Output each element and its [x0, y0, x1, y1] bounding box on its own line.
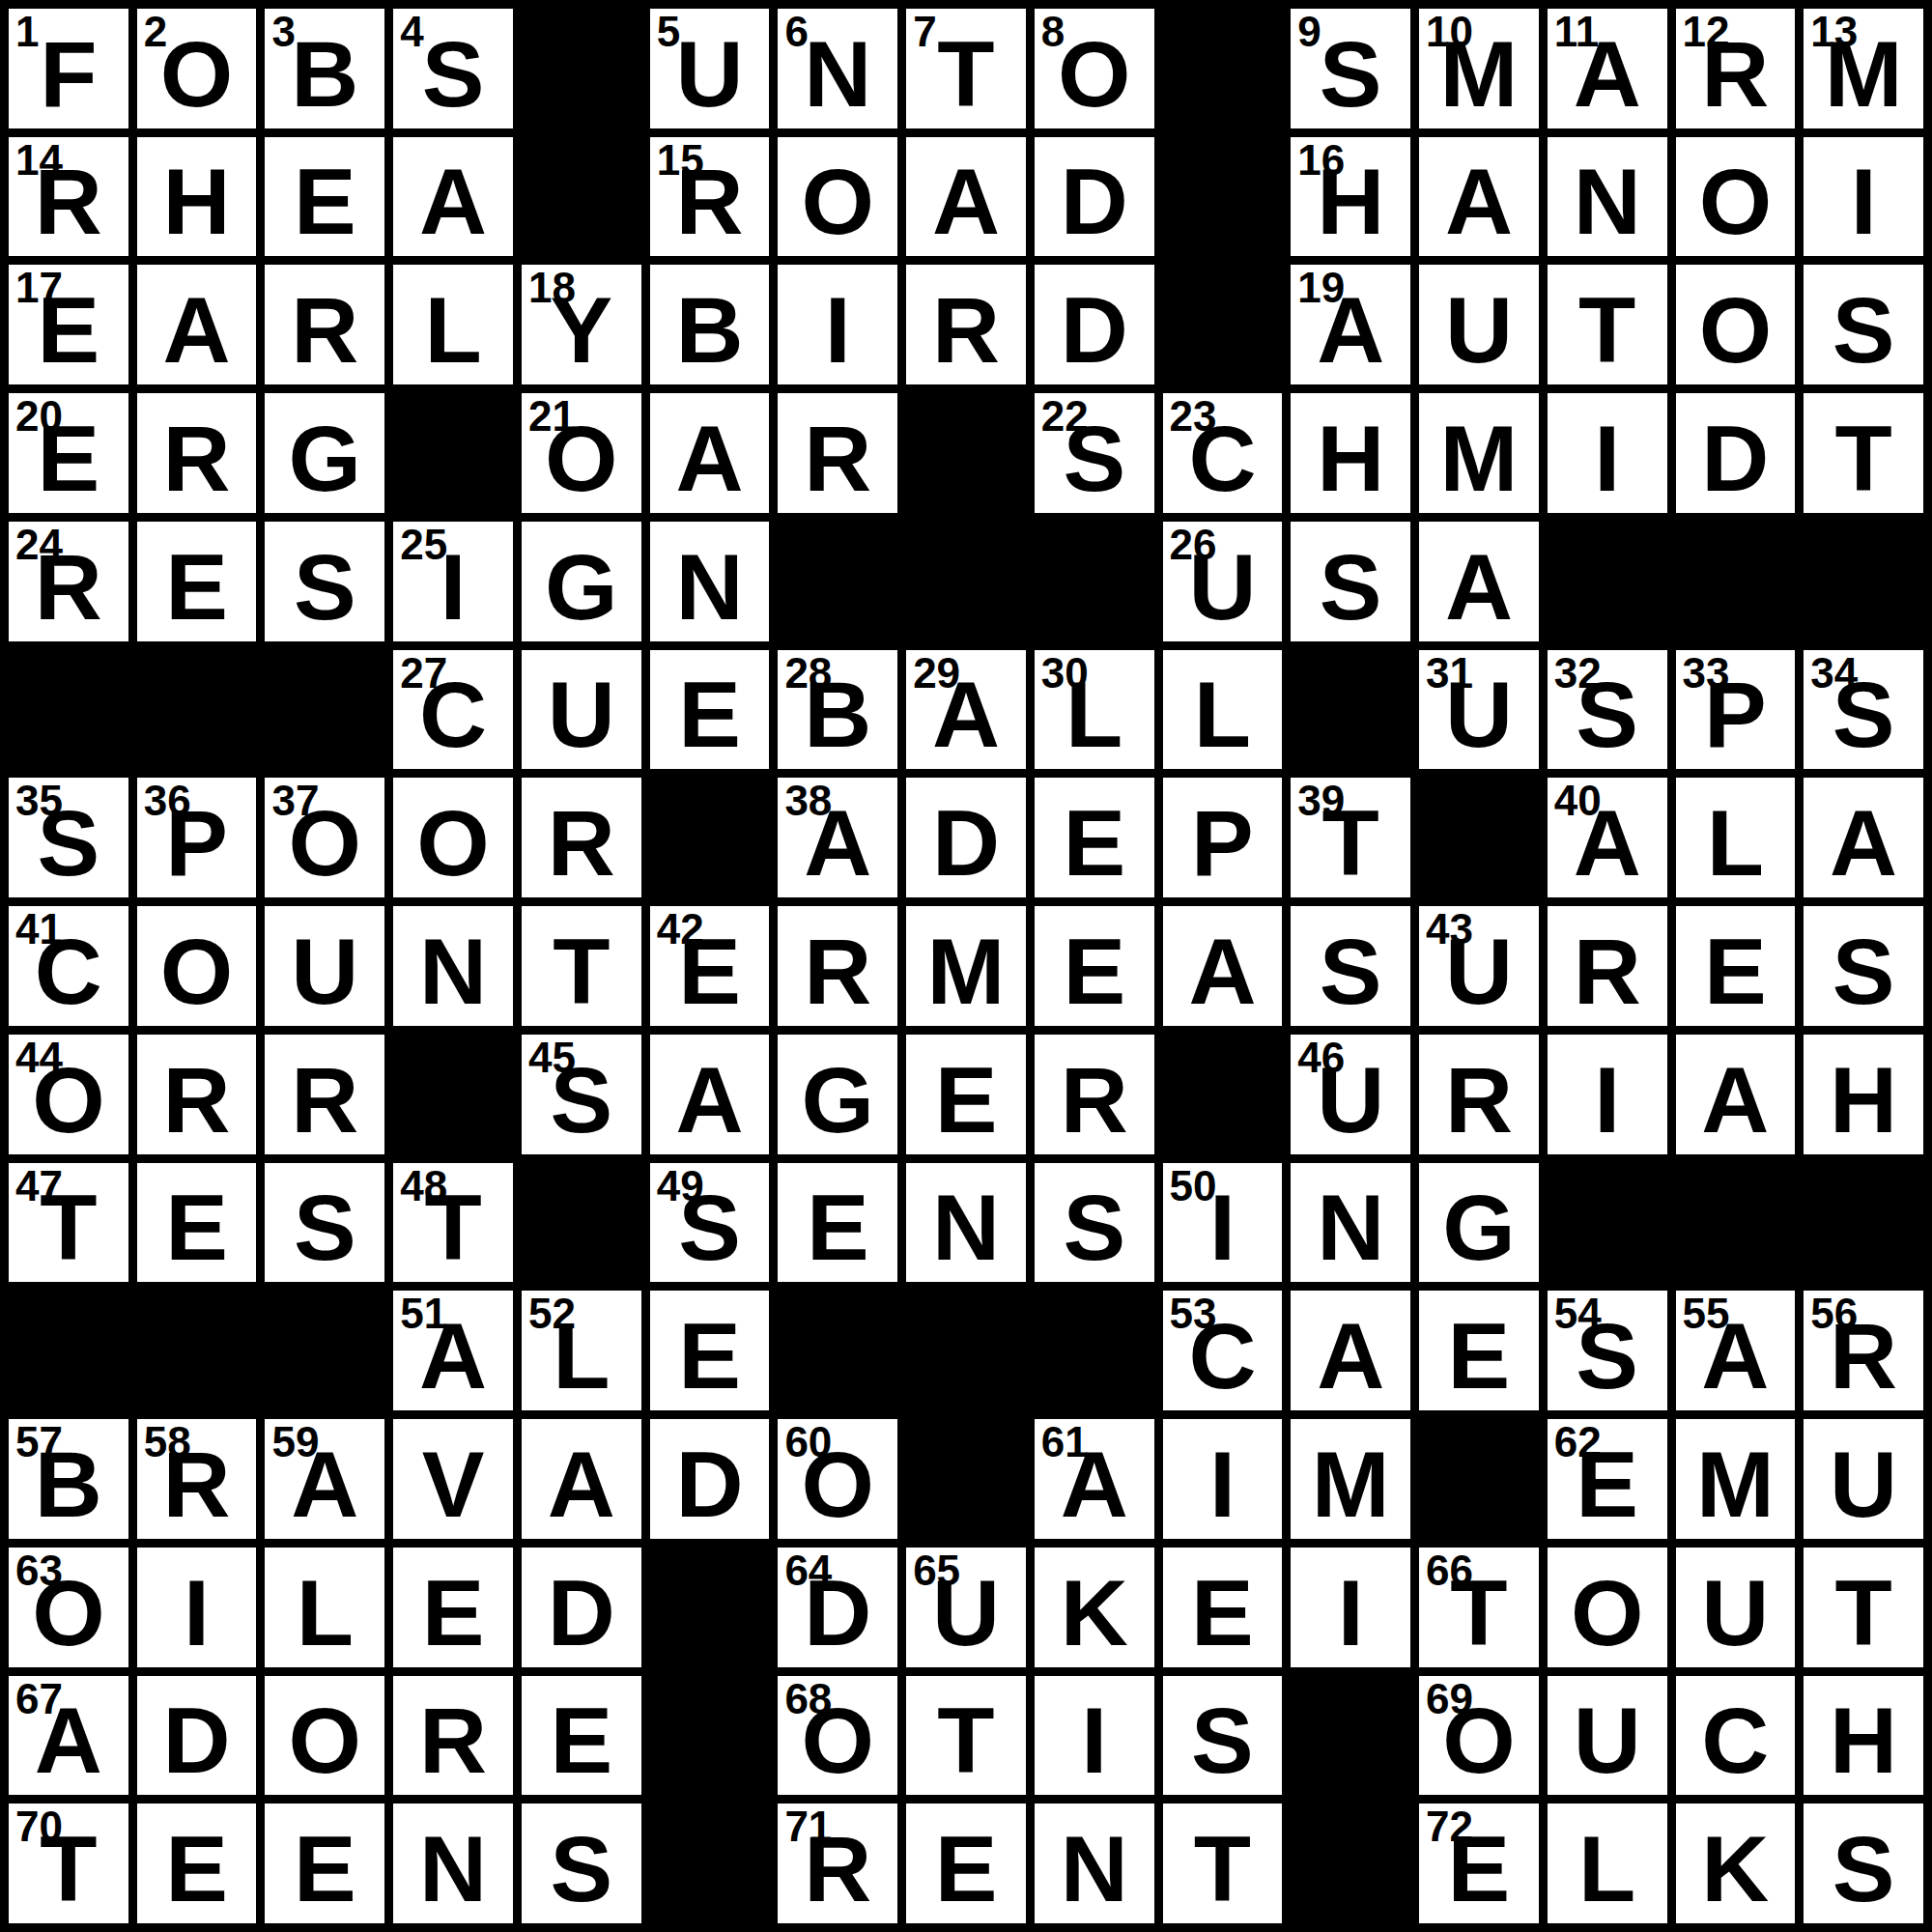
cell-letter: T [1419, 1566, 1539, 1660]
cell-letter: U [265, 924, 384, 1018]
cell-r13c14[interactable]: U [1676, 1548, 1796, 1667]
cell-r5c3[interactable]: S [265, 522, 384, 641]
cell-r15c1[interactable]: 70T [9, 1804, 128, 1923]
cell-letter: D [522, 1566, 641, 1660]
cell-letter: N [906, 1180, 1026, 1274]
cell-r8c1[interactable]: 41C [9, 906, 128, 1026]
black-square [906, 393, 1026, 513]
cell-letter: G [265, 412, 384, 505]
cell-letter: S [1035, 412, 1154, 505]
cell-r15c15[interactable]: S [1804, 1804, 1923, 1923]
cell-r11c6[interactable]: E [650, 1291, 770, 1410]
cell-r8c2[interactable]: O [137, 906, 257, 1026]
cell-r10c9[interactable]: S [1035, 1163, 1154, 1283]
cell-r12c7[interactable]: 60O [778, 1419, 897, 1539]
cell-letter: T [1804, 1566, 1923, 1660]
cell-letter: S [1548, 668, 1667, 761]
cell-r2c15[interactable]: I [1804, 137, 1923, 257]
cell-r6c4[interactable]: 27C [393, 650, 513, 770]
cell-r14c15[interactable]: H [1804, 1676, 1923, 1796]
cell-letter: L [1676, 796, 1796, 890]
cell-letter: U [1548, 1693, 1667, 1787]
black-square [650, 1548, 770, 1667]
cell-r3c15[interactable]: S [1804, 265, 1923, 384]
cell-letter: E [265, 1822, 384, 1916]
cell-r4c7[interactable]: R [778, 393, 897, 513]
cell-r2c2[interactable]: H [137, 137, 257, 257]
cell-r11c13[interactable]: 54S [1548, 1291, 1667, 1410]
cell-r8c4[interactable]: N [393, 906, 513, 1026]
cell-r2c9[interactable]: D [1035, 137, 1154, 257]
black-square [9, 1291, 128, 1410]
cell-letter: U [650, 27, 770, 121]
cell-r14c14[interactable]: C [1676, 1676, 1796, 1796]
cell-letter: B [265, 27, 384, 121]
black-square [1035, 1291, 1154, 1410]
cell-r2c12[interactable]: A [1419, 137, 1539, 257]
cell-r3c12[interactable]: U [1419, 265, 1539, 384]
cell-letter: R [1804, 1309, 1923, 1403]
cell-letter: O [778, 155, 897, 248]
cell-r9c14[interactable]: A [1676, 1035, 1796, 1154]
black-square [650, 1804, 770, 1923]
cell-r3c7[interactable]: I [778, 265, 897, 384]
cell-r12c15[interactable]: U [1804, 1419, 1923, 1539]
cell-r13c8[interactable]: 65U [906, 1548, 1026, 1667]
cell-r5c11[interactable]: S [1291, 522, 1410, 641]
cell-r14c4[interactable]: R [393, 1676, 513, 1796]
cell-letter: T [1163, 1822, 1283, 1916]
cell-letter: L [522, 1309, 641, 1403]
cell-letter: T [906, 27, 1026, 121]
black-square [9, 650, 128, 770]
cell-r1c1[interactable]: 1F [9, 9, 128, 128]
cell-r11c10[interactable]: 53C [1163, 1291, 1283, 1410]
cell-r1c4[interactable]: 4S [393, 9, 513, 128]
cell-r14c12[interactable]: 69O [1419, 1676, 1539, 1796]
cell-r12c11[interactable]: M [1291, 1419, 1410, 1539]
black-square [906, 1291, 1026, 1410]
cell-letter: N [393, 924, 513, 1018]
cell-r10c3[interactable]: S [265, 1163, 384, 1283]
cell-letter: E [650, 668, 770, 761]
cell-r8c10[interactable]: A [1163, 906, 1283, 1026]
cell-r10c1[interactable]: 47T [9, 1163, 128, 1283]
cell-letter: H [1804, 1693, 1923, 1787]
cell-r1c7[interactable]: 6N [778, 9, 897, 128]
cell-r4c11[interactable]: H [1291, 393, 1410, 513]
cell-r12c6[interactable]: D [650, 1419, 770, 1539]
cell-letter: R [778, 924, 897, 1018]
cell-r9c9[interactable]: R [1035, 1035, 1154, 1154]
cell-r8c3[interactable]: U [265, 906, 384, 1026]
cell-r2c7[interactable]: O [778, 137, 897, 257]
cell-r13c9[interactable]: K [1035, 1548, 1154, 1667]
black-square [1548, 1163, 1667, 1283]
cell-letter: G [778, 1053, 897, 1147]
cell-r15c12[interactable]: 72E [1419, 1804, 1539, 1923]
cell-r14c2[interactable]: D [137, 1676, 257, 1796]
cell-r9c7[interactable]: G [778, 1035, 897, 1154]
cell-letter: R [9, 540, 128, 634]
cell-r9c3[interactable]: R [265, 1035, 384, 1154]
cell-letter: L [265, 1566, 384, 1660]
black-square [1291, 1804, 1410, 1923]
cell-r11c5[interactable]: 52L [522, 1291, 641, 1410]
cell-r1c9[interactable]: 8O [1035, 9, 1154, 128]
cell-r15c14[interactable]: K [1676, 1804, 1796, 1923]
black-square [265, 1291, 384, 1410]
cell-letter: O [265, 1693, 384, 1787]
cell-r10c2[interactable]: E [137, 1163, 257, 1283]
cell-letter: R [778, 1822, 897, 1916]
cell-r13c13[interactable]: O [1548, 1548, 1667, 1667]
cell-r14c13[interactable]: U [1548, 1676, 1667, 1796]
cell-r12c1[interactable]: 57B [9, 1419, 128, 1539]
cell-r13c7[interactable]: 64D [778, 1548, 897, 1667]
cell-r10c8[interactable]: N [906, 1163, 1026, 1283]
cell-r13c2[interactable]: I [137, 1548, 257, 1667]
cell-r5c1[interactable]: 24R [9, 522, 128, 641]
cell-letter: D [1035, 155, 1154, 248]
cell-r10c4[interactable]: 48T [393, 1163, 513, 1283]
cell-r7c15[interactable]: A [1804, 778, 1923, 897]
cell-letter: S [265, 1180, 384, 1274]
cell-r9c13[interactable]: I [1548, 1035, 1667, 1154]
cell-r11c11[interactable]: A [1291, 1291, 1410, 1410]
cell-r2c6[interactable]: 15R [650, 137, 770, 257]
cell-r9c11[interactable]: 46U [1291, 1035, 1410, 1154]
cell-r12c10[interactable]: I [1163, 1419, 1283, 1539]
cell-letter: D [1035, 283, 1154, 377]
cell-r8c14[interactable]: E [1676, 906, 1796, 1026]
cell-letter: A [393, 155, 513, 248]
cell-r13c10[interactable]: E [1163, 1548, 1283, 1667]
cell-r9c6[interactable]: A [650, 1035, 770, 1154]
cell-r2c1[interactable]: 14R [9, 137, 128, 257]
cell-r2c11[interactable]: 16H [1291, 137, 1410, 257]
cell-r9c5[interactable]: 45S [522, 1035, 641, 1154]
black-square [906, 522, 1026, 641]
cell-letter: E [9, 412, 128, 505]
cell-r9c2[interactable]: R [137, 1035, 257, 1154]
cell-letter: I [778, 283, 897, 377]
cell-r14c9[interactable]: I [1035, 1676, 1154, 1796]
cell-r7c11[interactable]: 39T [1291, 778, 1410, 897]
cell-r4c2[interactable]: R [137, 393, 257, 513]
cell-r4c12[interactable]: M [1419, 393, 1539, 513]
cell-letter: D [1676, 412, 1796, 505]
cell-r9c15[interactable]: H [1804, 1035, 1923, 1154]
black-square [1419, 778, 1539, 897]
cell-r5c10[interactable]: 26U [1163, 522, 1283, 641]
cell-letter: R [1548, 924, 1667, 1018]
cell-r12c2[interactable]: 58R [137, 1419, 257, 1539]
cell-letter: P [137, 796, 257, 890]
cell-r8c8[interactable]: M [906, 906, 1026, 1026]
cell-r7c1[interactable]: 35S [9, 778, 128, 897]
black-square [650, 778, 770, 897]
cell-r11c4[interactable]: 51A [393, 1291, 513, 1410]
cell-letter: H [137, 155, 257, 248]
cell-r1c12[interactable]: 10M [1419, 9, 1539, 128]
cell-letter: A [522, 1437, 641, 1531]
cell-letter: A [778, 796, 897, 890]
cell-r6c5[interactable]: U [522, 650, 641, 770]
cell-letter: R [1035, 1053, 1154, 1147]
cell-letter: K [1676, 1822, 1796, 1916]
cell-letter: S [9, 796, 128, 890]
cell-letter: R [522, 796, 641, 890]
cell-letter: A [1419, 540, 1539, 634]
cell-r3c11[interactable]: 19A [1291, 265, 1410, 384]
cell-r7c8[interactable]: D [906, 778, 1026, 897]
cell-letter: A [1548, 27, 1667, 121]
cell-letter: E [137, 540, 257, 634]
cell-r8c7[interactable]: R [778, 906, 897, 1026]
cell-letter: U [1419, 283, 1539, 377]
cell-letter: S [1291, 27, 1410, 121]
cell-r14c8[interactable]: T [906, 1676, 1026, 1796]
cell-r1c2[interactable]: 2O [137, 9, 257, 128]
cell-r8c5[interactable]: T [522, 906, 641, 1026]
cell-r2c13[interactable]: N [1548, 137, 1667, 257]
cell-r13c15[interactable]: T [1804, 1548, 1923, 1667]
cell-r7c3[interactable]: 37O [265, 778, 384, 897]
cell-r9c12[interactable]: R [1419, 1035, 1539, 1154]
cell-r7c7[interactable]: 38A [778, 778, 897, 897]
cell-r1c14[interactable]: 12R [1676, 9, 1796, 128]
cell-r13c3[interactable]: L [265, 1548, 384, 1667]
cell-r3c14[interactable]: O [1676, 265, 1796, 384]
cell-letter: M [1419, 27, 1539, 121]
cell-r3c9[interactable]: D [1035, 265, 1154, 384]
cell-r7c5[interactable]: R [522, 778, 641, 897]
cell-letter: D [906, 796, 1026, 890]
cell-r6c7[interactable]: 28B [778, 650, 897, 770]
cell-letter: N [1035, 1822, 1154, 1916]
cell-r5c12[interactable]: A [1419, 522, 1539, 641]
cell-r3c5[interactable]: 18Y [522, 265, 641, 384]
cell-letter: A [9, 1693, 128, 1787]
cell-letter: E [1548, 1437, 1667, 1531]
cell-letter: S [1291, 540, 1410, 634]
cell-r1c8[interactable]: 7T [906, 9, 1026, 128]
cell-r6c14[interactable]: 33P [1676, 650, 1796, 770]
cell-letter: R [1419, 1053, 1539, 1147]
cell-r10c11[interactable]: N [1291, 1163, 1410, 1283]
cell-letter: N [650, 540, 770, 634]
cell-r3c2[interactable]: A [137, 265, 257, 384]
cell-r7c2[interactable]: 36P [137, 778, 257, 897]
black-square [906, 1419, 1026, 1539]
cell-letter: O [137, 924, 257, 1018]
cell-letter: F [9, 27, 128, 121]
cell-r6c8[interactable]: 29A [906, 650, 1026, 770]
cell-r15c7[interactable]: 71R [778, 1804, 897, 1923]
cell-letter: M [906, 924, 1026, 1018]
cell-r10c10[interactable]: 50I [1163, 1163, 1283, 1283]
cell-r2c3[interactable]: E [265, 137, 384, 257]
cell-r2c8[interactable]: A [906, 137, 1026, 257]
black-square [265, 650, 384, 770]
cell-r10c7[interactable]: E [778, 1163, 897, 1283]
cell-r3c4[interactable]: L [393, 265, 513, 384]
cell-r7c9[interactable]: E [1035, 778, 1154, 897]
cell-letter: I [1804, 155, 1923, 248]
cell-r15c13[interactable]: L [1548, 1804, 1667, 1923]
cell-letter: E [265, 155, 384, 248]
cell-r3c8[interactable]: R [906, 265, 1026, 384]
cell-r14c1[interactable]: 67A [9, 1676, 128, 1796]
cell-letter: R [137, 1053, 257, 1147]
cell-letter: S [1804, 283, 1923, 377]
cell-letter: C [1163, 412, 1283, 505]
black-square [778, 1291, 897, 1410]
cell-letter: L [1548, 1822, 1667, 1916]
cell-r6c10[interactable]: L [1163, 650, 1283, 770]
black-square [1548, 522, 1667, 641]
cell-r6c12[interactable]: 31U [1419, 650, 1539, 770]
cell-r5c2[interactable]: E [137, 522, 257, 641]
cell-r9c8[interactable]: E [906, 1035, 1026, 1154]
cell-letter: I [1548, 412, 1667, 505]
cell-r8c11[interactable]: S [1291, 906, 1410, 1026]
cell-r15c5[interactable]: S [522, 1804, 641, 1923]
cell-r8c9[interactable]: E [1035, 906, 1154, 1026]
cell-r12c13[interactable]: 62E [1548, 1419, 1667, 1539]
cell-r1c11[interactable]: 9S [1291, 9, 1410, 128]
cell-r14c10[interactable]: S [1163, 1676, 1283, 1796]
cell-letter: A [1035, 1437, 1154, 1531]
cell-letter: S [1163, 1693, 1283, 1787]
cell-letter: H [1291, 155, 1410, 248]
cell-r1c3[interactable]: 3B [265, 9, 384, 128]
cell-r5c6[interactable]: N [650, 522, 770, 641]
cell-r13c1[interactable]: 63O [9, 1548, 128, 1667]
cell-letter: T [906, 1693, 1026, 1787]
cell-r7c4[interactable]: O [393, 778, 513, 897]
cell-r8c12[interactable]: 43U [1419, 906, 1539, 1026]
cell-r15c4[interactable]: N [393, 1804, 513, 1923]
cell-letter: R [906, 283, 1026, 377]
cell-letter: E [9, 283, 128, 377]
cell-r6c13[interactable]: 32S [1548, 650, 1667, 770]
cell-letter: A [1676, 1309, 1796, 1403]
cell-r12c4[interactable]: V [393, 1419, 513, 1539]
cell-r15c2[interactable]: E [137, 1804, 257, 1923]
cell-letter: I [1163, 1180, 1283, 1274]
cell-r4c3[interactable]: G [265, 393, 384, 513]
cell-r4c15[interactable]: T [1804, 393, 1923, 513]
cell-r1c6[interactable]: 5U [650, 9, 770, 128]
cell-r6c6[interactable]: E [650, 650, 770, 770]
cell-r13c5[interactable]: D [522, 1548, 641, 1667]
cell-r15c3[interactable]: E [265, 1804, 384, 1923]
cell-r15c9[interactable]: N [1035, 1804, 1154, 1923]
cell-r13c4[interactable]: E [393, 1548, 513, 1667]
cell-r8c15[interactable]: S [1804, 906, 1923, 1026]
cell-letter: A [1291, 283, 1410, 377]
cell-letter: T [9, 1822, 128, 1916]
cell-r10c6[interactable]: 49S [650, 1163, 770, 1283]
cell-r4c14[interactable]: D [1676, 393, 1796, 513]
cell-r3c3[interactable]: R [265, 265, 384, 384]
cell-r14c3[interactable]: O [265, 1676, 384, 1796]
cell-letter: S [1035, 1180, 1154, 1274]
cell-letter: I [1548, 1053, 1667, 1147]
cell-r3c6[interactable]: B [650, 265, 770, 384]
cell-letter: L [393, 283, 513, 377]
cell-r2c4[interactable]: A [393, 137, 513, 257]
cell-letter: S [1804, 668, 1923, 761]
cell-letter: O [393, 796, 513, 890]
cell-r11c12[interactable]: E [1419, 1291, 1539, 1410]
cell-r13c11[interactable]: I [1291, 1548, 1410, 1667]
black-square [1163, 9, 1283, 128]
cell-r4c6[interactable]: A [650, 393, 770, 513]
cell-r15c10[interactable]: T [1163, 1804, 1283, 1923]
cell-r11c15[interactable]: 56R [1804, 1291, 1923, 1410]
cell-r7c10[interactable]: P [1163, 778, 1283, 897]
black-square [1035, 522, 1154, 641]
cell-letter: C [9, 924, 128, 1018]
cell-r4c13[interactable]: I [1548, 393, 1667, 513]
cell-r5c5[interactable]: G [522, 522, 641, 641]
cell-r9c1[interactable]: 44O [9, 1035, 128, 1154]
cell-letter: A [1163, 924, 1283, 1018]
black-square [1419, 1419, 1539, 1539]
cell-r12c3[interactable]: 59A [265, 1419, 384, 1539]
cell-r6c9[interactable]: 30L [1035, 650, 1154, 770]
cell-r14c7[interactable]: 68O [778, 1676, 897, 1796]
cell-r2c14[interactable]: O [1676, 137, 1796, 257]
cell-r4c1[interactable]: 20E [9, 393, 128, 513]
cell-letter: S [1548, 1309, 1667, 1403]
black-square [393, 393, 513, 513]
cell-r7c14[interactable]: L [1676, 778, 1796, 897]
cell-letter: I [1035, 1693, 1154, 1787]
cell-letter: A [650, 412, 770, 505]
cell-r12c5[interactable]: A [522, 1419, 641, 1539]
cell-r7c13[interactable]: 40A [1548, 778, 1667, 897]
cell-r8c13[interactable]: R [1548, 906, 1667, 1026]
cell-r14c5[interactable]: E [522, 1676, 641, 1796]
cell-letter: B [650, 283, 770, 377]
cell-r1c13[interactable]: 11A [1548, 9, 1667, 128]
cell-r1c15[interactable]: 13M [1804, 9, 1923, 128]
cell-letter: R [137, 1437, 257, 1531]
cell-r3c1[interactable]: 17E [9, 265, 128, 384]
cell-r3c13[interactable]: T [1548, 265, 1667, 384]
cell-r8c6[interactable]: 42E [650, 906, 770, 1026]
cell-r5c4[interactable]: 25I [393, 522, 513, 641]
cell-letter: T [1548, 283, 1667, 377]
cell-letter: E [137, 1822, 257, 1916]
cell-r12c14[interactable]: M [1676, 1419, 1796, 1539]
cell-letter: T [522, 924, 641, 1018]
cell-r4c5[interactable]: 21O [522, 393, 641, 513]
cell-letter: O [1419, 1693, 1539, 1787]
cell-r13c12[interactable]: 66T [1419, 1548, 1539, 1667]
cell-r10c12[interactable]: G [1419, 1163, 1539, 1283]
cell-r6c15[interactable]: 34S [1804, 650, 1923, 770]
cell-r15c8[interactable]: E [906, 1804, 1026, 1923]
cell-r4c9[interactable]: 22S [1035, 393, 1154, 513]
cell-r12c9[interactable]: 61A [1035, 1419, 1154, 1539]
cell-r11c14[interactable]: 55A [1676, 1291, 1796, 1410]
cell-r4c10[interactable]: 23C [1163, 393, 1283, 513]
